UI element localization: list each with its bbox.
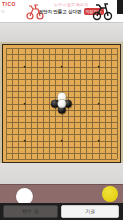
grid-line	[6, 122, 117, 123]
star-point	[97, 65, 100, 68]
player-bar	[0, 184, 123, 203]
ad-dark-strip	[117, 0, 123, 14]
grid-line	[105, 48, 106, 159]
grid-line	[6, 153, 117, 154]
star-point	[97, 139, 100, 142]
pass-button[interactable]: 한수 쉼	[3, 205, 58, 218]
lower-status-area	[0, 163, 123, 184]
grid-line	[6, 116, 117, 117]
ad-banner[interactable]: TICO ⓘ 누구나 쉽고 빠르게 전단지 만들고 싶다면 체험하기	[0, 0, 123, 23]
grid-line	[6, 128, 117, 129]
ad-text-block: 누구나 쉽고 빠르게 전단지 만들고 싶다면 체험하기	[44, 2, 98, 15]
ad-info-mark: ⓘ	[1, 9, 5, 14]
star-point	[60, 65, 63, 68]
black-bike-icon	[92, 2, 114, 21]
grid-line	[92, 48, 93, 159]
star-point	[97, 102, 100, 105]
grid-line	[74, 48, 75, 159]
grid-line	[80, 48, 81, 159]
ad-subtitle: 누구나 쉽고 빠르게	[44, 2, 98, 7]
ad-logo: TICO	[2, 1, 16, 7]
star-point	[23, 102, 26, 105]
turn-indicator-dot	[102, 186, 118, 202]
app-root: TICO ⓘ 누구나 쉽고 빠르게 전단지 만들고 싶다면 체험하기 한수 쉼	[0, 0, 123, 220]
star-point	[23, 65, 26, 68]
grid-line	[6, 134, 117, 135]
resign-button[interactable]: 기권	[61, 205, 119, 218]
go-board[interactable]	[2, 44, 121, 163]
grid-line	[86, 48, 87, 159]
star-point	[23, 139, 26, 142]
grid-line	[111, 48, 112, 159]
ad-headline: 전단지 만들고 싶다면	[39, 9, 82, 14]
control-bar: 한수 쉼 기권	[0, 203, 123, 220]
upper-status-area	[0, 23, 123, 44]
grid-line	[6, 159, 117, 160]
star-point	[60, 139, 63, 142]
grid-line	[117, 48, 118, 159]
grid-line	[6, 147, 117, 148]
